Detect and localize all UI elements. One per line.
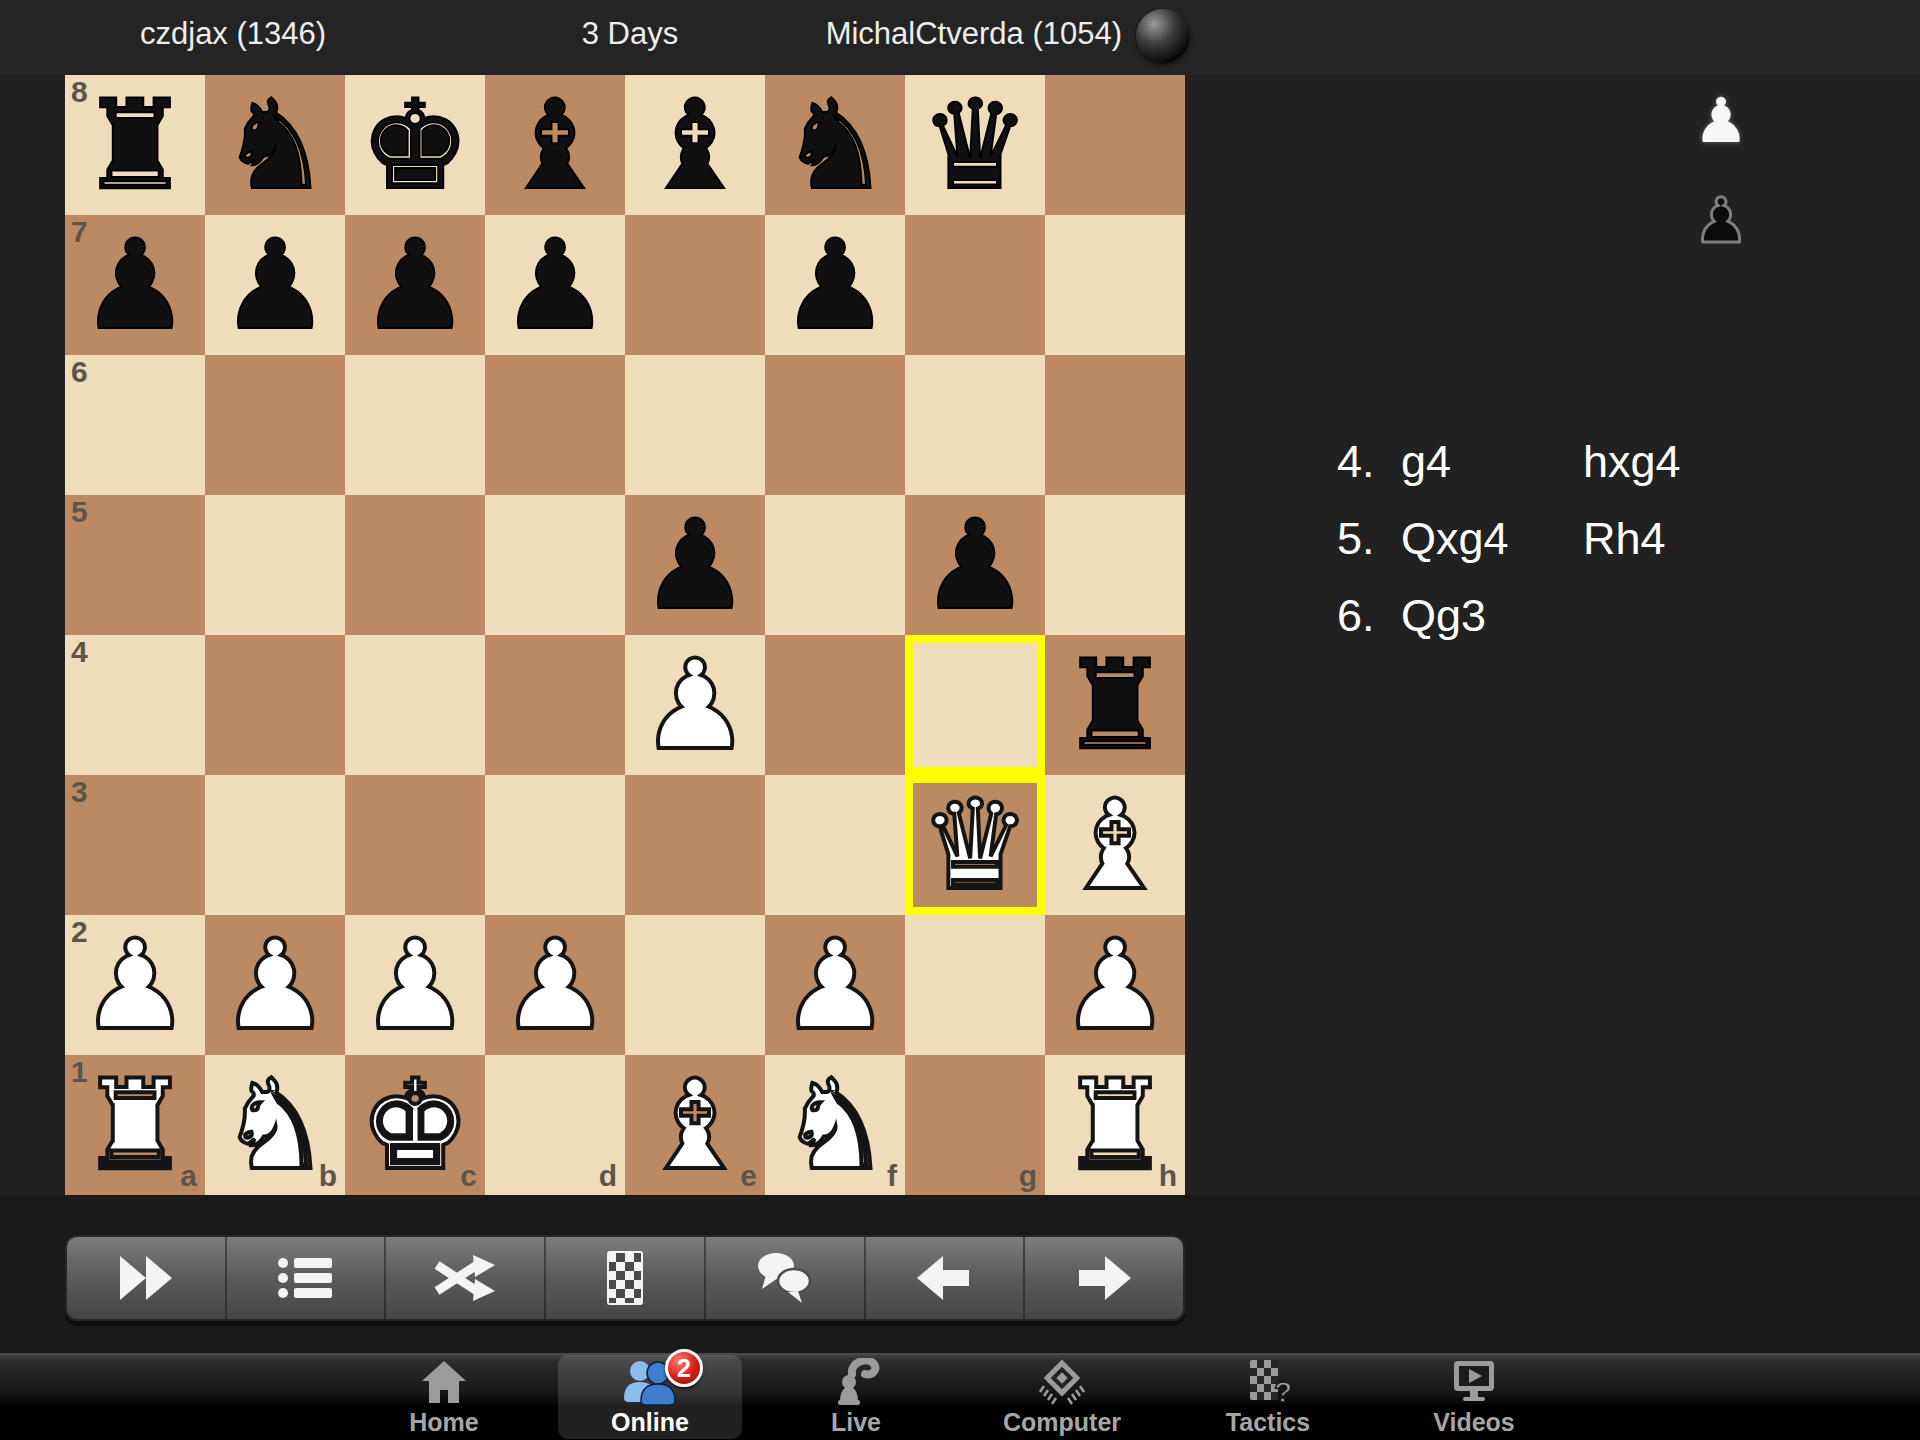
piece-black-pawn: ♟ — [219, 215, 330, 355]
piece-white-rook: ♜ — [79, 1055, 190, 1195]
shuffle-arrows-icon — [433, 1253, 497, 1303]
piece-white-pawn: ♟ — [1059, 915, 1170, 1055]
square-b7[interactable]: ♟ — [205, 215, 345, 355]
square-e3[interactable] — [625, 775, 765, 915]
tab-computer-label: Computer — [1003, 1408, 1121, 1437]
square-h6[interactable] — [1045, 355, 1185, 495]
square-f3[interactable] — [765, 775, 905, 915]
square-e6[interactable] — [625, 355, 765, 495]
black-player-label: MichalCtverda (1054) — [826, 16, 1122, 52]
analysis-board-button[interactable] — [546, 1237, 706, 1319]
square-c1[interactable]: c♚ — [345, 1055, 485, 1195]
arrow-right-icon — [1075, 1254, 1133, 1302]
square-a4[interactable]: 4 — [65, 635, 205, 775]
square-f1[interactable]: f♞ — [765, 1055, 905, 1195]
tab-online-label: Online — [611, 1408, 689, 1437]
piece-white-pawn: ♟ — [79, 915, 190, 1055]
square-c7[interactable]: ♟ — [345, 215, 485, 355]
piece-white-king: ♚ — [359, 1055, 470, 1195]
square-e5[interactable]: ♟ — [625, 495, 765, 635]
tab-home-label: Home — [409, 1408, 478, 1437]
square-b5[interactable] — [205, 495, 345, 635]
videos-monitor-icon — [1449, 1357, 1499, 1407]
rank-label-3: 3 — [71, 777, 88, 807]
square-d1[interactable]: d — [485, 1055, 625, 1195]
black-to-move-stone-icon — [1136, 9, 1190, 63]
piece-white-pawn: ♟ — [219, 915, 330, 1055]
piece-black-king: ♚ — [359, 75, 470, 215]
tab-videos-label: Videos — [1433, 1408, 1515, 1437]
rank-label-8: 8 — [71, 77, 88, 107]
square-a6[interactable]: 6 — [65, 355, 205, 495]
square-b1[interactable]: b♞ — [205, 1055, 345, 1195]
square-e1[interactable]: e♝ — [625, 1055, 765, 1195]
file-label-b: b — [319, 1161, 337, 1191]
square-a7[interactable]: 7♟ — [65, 215, 205, 355]
square-g7[interactable] — [905, 215, 1045, 355]
square-a2[interactable]: 2♟ — [65, 915, 205, 1055]
piece-white-knight: ♞ — [219, 1055, 330, 1195]
square-a8[interactable]: 8♜ — [65, 75, 205, 215]
game-header: czdjax (1346) 3 Days MichalCtverda (1054… — [0, 0, 1920, 75]
piece-black-queen: ♛ — [919, 75, 1030, 215]
piece-white-bishop: ♝ — [639, 1055, 750, 1195]
square-h4[interactable]: ♜ — [1045, 635, 1185, 775]
square-f7[interactable]: ♟ — [765, 215, 905, 355]
piece-black-rook: ♜ — [1059, 635, 1170, 775]
square-d2[interactable]: ♟ — [485, 915, 625, 1055]
rank-label-1: 1 — [71, 1057, 88, 1087]
square-e7[interactable] — [625, 215, 765, 355]
piece-black-rook: ♜ — [79, 75, 190, 215]
move-number: 5. — [1337, 513, 1401, 561]
black-move: Rh4 — [1583, 513, 1666, 561]
home-icon — [420, 1357, 468, 1407]
file-label-f: f — [887, 1161, 897, 1191]
square-b2[interactable]: ♟ — [205, 915, 345, 1055]
square-b3[interactable] — [205, 775, 345, 915]
square-c2[interactable]: ♟ — [345, 915, 485, 1055]
square-h2[interactable]: ♟ — [1045, 915, 1185, 1055]
piece-white-knight: ♞ — [779, 1055, 890, 1195]
square-g2[interactable] — [905, 915, 1045, 1055]
tab-computer[interactable]: Computer — [970, 1355, 1154, 1439]
square-h7[interactable] — [1045, 215, 1185, 355]
piece-black-bishop: ♝ — [499, 75, 610, 215]
online-people-icon: 2 — [619, 1357, 681, 1407]
piece-white-queen: ♛ — [919, 775, 1030, 915]
square-c3[interactable] — [345, 775, 485, 915]
piece-black-pawn: ♟ — [779, 215, 890, 355]
square-d6[interactable] — [485, 355, 625, 495]
time-control-label: 3 Days — [582, 16, 678, 52]
piece-black-pawn: ♟ — [499, 215, 610, 355]
tab-tactics-label: Tactics — [1226, 1408, 1310, 1437]
square-f6[interactable] — [765, 355, 905, 495]
back-button[interactable] — [866, 1237, 1026, 1319]
shuffle-button[interactable] — [386, 1237, 546, 1319]
svg-text:?: ? — [1274, 1375, 1292, 1406]
move-list: 4.g4hxg45.Qxg4Rh46.Qg3 — [1337, 436, 1681, 667]
rank-label-4: 4 — [71, 637, 88, 667]
move-row-3: 6.Qg3 — [1337, 590, 1681, 638]
piece-white-bishop: ♝ — [1059, 775, 1170, 915]
square-h3[interactable]: ♝ — [1045, 775, 1185, 915]
square-g3[interactable]: ♛ — [905, 775, 1045, 915]
square-g6[interactable] — [905, 355, 1045, 495]
tab-bar: Home 2 Online Live — [0, 1353, 1920, 1440]
rank-label-7: 7 — [71, 217, 88, 247]
square-c5[interactable] — [345, 495, 485, 635]
square-e8[interactable]: ♝ — [625, 75, 765, 215]
board-toolbar — [65, 1235, 1185, 1321]
arrow-left-icon — [915, 1254, 973, 1302]
piece-black-knight: ♞ — [779, 75, 890, 215]
piece-black-pawn: ♟ — [79, 215, 190, 355]
list-icon — [277, 1254, 335, 1302]
piece-black-bishop: ♝ — [639, 75, 750, 215]
square-d5[interactable] — [485, 495, 625, 635]
square-f8[interactable]: ♞ — [765, 75, 905, 215]
square-b4[interactable] — [205, 635, 345, 775]
square-e2[interactable] — [625, 915, 765, 1055]
piece-white-pawn: ♟ — [359, 915, 470, 1055]
file-label-e: e — [740, 1161, 757, 1191]
square-h8[interactable] — [1045, 75, 1185, 215]
square-g8[interactable]: ♛ — [905, 75, 1045, 215]
chat-bubbles-icon — [754, 1251, 816, 1305]
live-pawn-icon — [830, 1357, 882, 1407]
piece-white-pawn: ♟ — [499, 915, 610, 1055]
square-a1[interactable]: 1a♜ — [65, 1055, 205, 1195]
tactics-puzzle-icon: ? — [1244, 1357, 1292, 1407]
white-move: Qg3 — [1401, 590, 1583, 638]
white-player-label: czdjax (1346) — [140, 16, 326, 52]
tab-tactics[interactable]: ? Tactics — [1176, 1355, 1360, 1439]
move-list-button[interactable] — [227, 1237, 387, 1319]
tab-live-label: Live — [831, 1408, 881, 1437]
move-number: 6. — [1337, 590, 1401, 638]
square-f5[interactable] — [765, 495, 905, 635]
square-d7[interactable]: ♟ — [485, 215, 625, 355]
piece-black-pawn: ♟ — [639, 495, 750, 635]
piece-black-knight: ♞ — [219, 75, 330, 215]
square-h5[interactable] — [1045, 495, 1185, 635]
square-h1[interactable]: h♜ — [1045, 1055, 1185, 1195]
rank-label-5: 5 — [71, 497, 88, 527]
square-g1[interactable]: g — [905, 1055, 1045, 1195]
square-b8[interactable]: ♞ — [205, 75, 345, 215]
file-label-h: h — [1159, 1161, 1177, 1191]
chess-board: 8♜♞♚♝♝♞♛7♟♟♟♟♟65♟♟4♟♜3♛♝2♟♟♟♟♟♟1a♜b♞c♚de… — [65, 75, 1185, 1195]
captured-white-pawn-icon: ♟ — [1686, 88, 1756, 154]
piece-white-rook: ♜ — [1059, 1055, 1170, 1195]
square-g4[interactable] — [905, 635, 1045, 775]
file-label-a: a — [180, 1161, 197, 1191]
rank-label-6: 6 — [71, 357, 88, 387]
black-move: hxg4 — [1583, 436, 1681, 484]
square-c6[interactable] — [345, 355, 485, 495]
square-c8[interactable]: ♚ — [345, 75, 485, 215]
square-g5[interactable]: ♟ — [905, 495, 1045, 635]
piece-white-pawn: ♟ — [639, 635, 750, 775]
move-number: 4. — [1337, 436, 1401, 484]
move-row-2: 5.Qxg4Rh4 — [1337, 513, 1681, 561]
file-label-g: g — [1019, 1161, 1037, 1191]
chat-button[interactable] — [706, 1237, 866, 1319]
file-label-c: c — [460, 1161, 477, 1191]
forward-button[interactable] — [1025, 1237, 1183, 1319]
rank-label-2: 2 — [71, 917, 88, 947]
white-move: g4 — [1401, 436, 1583, 484]
square-d4[interactable] — [485, 635, 625, 775]
checkerboard-icon — [605, 1249, 645, 1307]
square-f2[interactable]: ♟ — [765, 915, 905, 1055]
file-label-d: d — [599, 1161, 617, 1191]
computer-chip-icon — [1034, 1357, 1090, 1407]
captured-black-pawn-icon: ♟ — [1686, 188, 1756, 254]
tab-videos[interactable]: Videos — [1382, 1355, 1566, 1439]
online-badge: 2 — [665, 1349, 703, 1387]
tab-home[interactable]: Home — [352, 1355, 536, 1439]
square-b6[interactable] — [205, 355, 345, 495]
tab-live[interactable]: Live — [764, 1355, 948, 1439]
square-d8[interactable]: ♝ — [485, 75, 625, 215]
piece-black-pawn: ♟ — [359, 215, 470, 355]
piece-white-pawn: ♟ — [779, 915, 890, 1055]
square-a3[interactable]: 3 — [65, 775, 205, 915]
white-move: Qxg4 — [1401, 513, 1583, 561]
square-c4[interactable] — [345, 635, 485, 775]
move-row-1: 4.g4hxg4 — [1337, 436, 1681, 484]
square-a5[interactable]: 5 — [65, 495, 205, 635]
square-f4[interactable] — [765, 635, 905, 775]
tab-online[interactable]: 2 Online — [558, 1355, 742, 1439]
square-e4[interactable]: ♟ — [625, 635, 765, 775]
fast-forward-button[interactable] — [67, 1237, 227, 1319]
piece-black-pawn: ♟ — [919, 495, 1030, 635]
square-d3[interactable] — [485, 775, 625, 915]
fast-forward-icon — [114, 1252, 178, 1304]
